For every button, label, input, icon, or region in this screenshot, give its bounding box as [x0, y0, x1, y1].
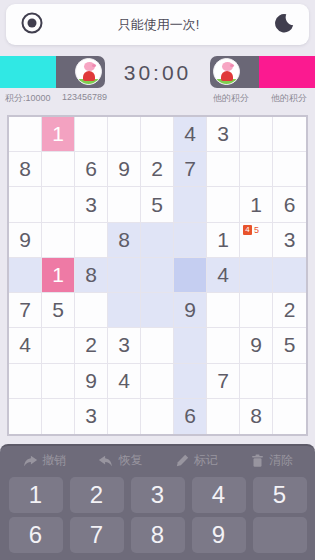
- cell-r8c2[interactable]: [42, 364, 75, 399]
- cell-r7c2[interactable]: [42, 328, 75, 363]
- cell-r8c7[interactable]: 7: [207, 364, 240, 399]
- cell-r9c7[interactable]: [207, 399, 240, 434]
- cell-r9c9[interactable]: [273, 399, 306, 434]
- cell-r6c4[interactable]: [108, 293, 141, 328]
- moon-icon[interactable]: [273, 12, 295, 38]
- cell-r2c8[interactable]: [240, 152, 273, 187]
- cell-r5c3[interactable]: 8: [75, 258, 108, 293]
- numpad-key-5[interactable]: 5: [253, 477, 307, 513]
- cell-r8c6[interactable]: [174, 364, 207, 399]
- cell-r4c4[interactable]: 8: [108, 223, 141, 258]
- cell-r3c5[interactable]: 5: [141, 187, 174, 222]
- right-player-bar: [210, 56, 259, 88]
- cell-r4c9[interactable]: 3: [273, 223, 306, 258]
- cell-r4c2[interactable]: [42, 223, 75, 258]
- pencil-icon: [175, 453, 190, 468]
- left-player-score: 积分:10000: [5, 92, 51, 105]
- cell-r8c3[interactable]: 9: [75, 364, 108, 399]
- right-player-name-label: 他的积分: [271, 92, 307, 105]
- cell-r6c2[interactable]: 5: [42, 293, 75, 328]
- trash-icon: [250, 453, 265, 469]
- cell-r2c2[interactable]: [42, 152, 75, 187]
- pencil-marks: 45: [243, 225, 259, 235]
- clear-button[interactable]: 清除: [250, 452, 293, 469]
- cell-r9c5[interactable]: [141, 399, 174, 434]
- cell-r1c6[interactable]: 4: [174, 117, 207, 152]
- cell-r1c3[interactable]: [75, 117, 108, 152]
- cell-r3c2[interactable]: [42, 187, 75, 222]
- cell-r7c5[interactable]: [141, 328, 174, 363]
- redo-arrow-icon: [98, 453, 114, 469]
- bottom-panel: 撤销 恢复 标记: [0, 444, 315, 560]
- cell-r6c8[interactable]: [240, 293, 273, 328]
- sudoku-board: 143869273516981453184759242395947368: [7, 115, 308, 436]
- cell-r9c2[interactable]: [42, 399, 75, 434]
- cell-r1c5[interactable]: [141, 117, 174, 152]
- numpad-key-4[interactable]: 4: [192, 477, 246, 513]
- cell-r8c9[interactable]: [273, 364, 306, 399]
- cell-r3c1[interactable]: [9, 187, 42, 222]
- cell-r6c5[interactable]: [141, 293, 174, 328]
- cell-r9c6[interactable]: 6: [174, 399, 207, 434]
- cell-r3c7[interactable]: [207, 187, 240, 222]
- mark-label: 标记: [194, 452, 218, 469]
- cell-r2c6[interactable]: 7: [174, 152, 207, 187]
- cell-r2c3[interactable]: 6: [75, 152, 108, 187]
- cell-r4c7[interactable]: 1: [207, 223, 240, 258]
- cell-r5c6[interactable]: [174, 258, 207, 293]
- cell-r4c8[interactable]: 45: [240, 223, 273, 258]
- cell-r5c8[interactable]: [240, 258, 273, 293]
- cell-r5c9[interactable]: [273, 258, 306, 293]
- cell-r5c5[interactable]: [141, 258, 174, 293]
- numpad-key-2[interactable]: 2: [70, 477, 124, 513]
- numpad-row-1: 12345: [0, 477, 315, 513]
- cell-r1c9[interactable]: [273, 117, 306, 152]
- cell-r1c7[interactable]: 3: [207, 117, 240, 152]
- cell-r9c8[interactable]: 8: [240, 399, 273, 434]
- cell-r8c4[interactable]: 4: [108, 364, 141, 399]
- undo-label: 撤销: [42, 452, 66, 469]
- cell-r8c5[interactable]: [141, 364, 174, 399]
- clear-label: 清除: [269, 452, 293, 469]
- cell-r9c4[interactable]: [108, 399, 141, 434]
- cell-r7c9[interactable]: 5: [273, 328, 306, 363]
- cell-r9c1[interactable]: [9, 399, 42, 434]
- cell-r8c8[interactable]: [240, 364, 273, 399]
- hint-banner-text: 只能使用一次!: [44, 16, 273, 34]
- cell-r2c9[interactable]: [273, 152, 306, 187]
- cell-r2c4[interactable]: 9: [108, 152, 141, 187]
- cell-r7c3[interactable]: 2: [75, 328, 108, 363]
- undo-button[interactable]: 撤销: [22, 452, 66, 469]
- cell-r7c7[interactable]: [207, 328, 240, 363]
- right-player-score-label: 他的积分: [213, 92, 249, 105]
- numpad-key-6[interactable]: 6: [9, 517, 63, 553]
- undo-arrow-icon: [22, 453, 38, 469]
- mark-button[interactable]: 标记: [175, 452, 218, 469]
- cell-r3c9[interactable]: 6: [273, 187, 306, 222]
- player-labels: 积分:10000 123456789 他的积分 他的积分: [0, 92, 315, 106]
- right-player-avatar: [213, 58, 240, 85]
- cell-r5c1[interactable]: [9, 258, 42, 293]
- cell-r6c9[interactable]: 2: [273, 293, 306, 328]
- cell-r4c1[interactable]: 9: [9, 223, 42, 258]
- cell-r4c6[interactable]: [174, 223, 207, 258]
- cell-r4c3[interactable]: [75, 223, 108, 258]
- numpad-key-9[interactable]: 9: [192, 517, 246, 553]
- numpad-row-2: 6789: [0, 517, 315, 553]
- tool-row: 撤销 恢复 标记: [0, 448, 315, 473]
- cell-r4c5[interactable]: [141, 223, 174, 258]
- top-bar: 只能使用一次!: [6, 4, 309, 45]
- cell-r6c6[interactable]: 9: [174, 293, 207, 328]
- cell-r5c4[interactable]: [108, 258, 141, 293]
- cell-r1c4[interactable]: [108, 117, 141, 152]
- cell-r9c3[interactable]: 3: [75, 399, 108, 434]
- cell-r3c8[interactable]: 1: [240, 187, 273, 222]
- redo-label: 恢复: [118, 452, 142, 469]
- cell-r3c6[interactable]: [174, 187, 207, 222]
- right-player-color-tag: [259, 56, 315, 88]
- redo-button[interactable]: 恢复: [98, 452, 142, 469]
- cell-r8c1[interactable]: [9, 364, 42, 399]
- cell-r2c1[interactable]: 8: [9, 152, 42, 187]
- cell-r1c1[interactable]: [9, 117, 42, 152]
- numpad-key-1[interactable]: 1: [9, 477, 63, 513]
- cell-r6c7[interactable]: [207, 293, 240, 328]
- cell-r2c5[interactable]: 2: [141, 152, 174, 187]
- cell-r1c8[interactable]: [240, 117, 273, 152]
- numpad-key-7[interactable]: 7: [70, 517, 124, 553]
- cell-r7c1[interactable]: 4: [9, 328, 42, 363]
- numpad-key-3[interactable]: 3: [131, 477, 185, 513]
- cell-r1c2[interactable]: 1: [42, 117, 75, 152]
- cell-r6c1[interactable]: 7: [9, 293, 42, 328]
- cell-r5c7[interactable]: 4: [207, 258, 240, 293]
- numpad-key-8[interactable]: 8: [131, 517, 185, 553]
- left-player-name: 123456789: [62, 92, 107, 102]
- record-icon[interactable]: [20, 11, 44, 39]
- sudoku-app: 只能使用一次! 30:00 积分:10000 123456789 他的积分 他的…: [0, 0, 315, 560]
- cell-r7c4[interactable]: 3: [108, 328, 141, 363]
- cell-r3c4[interactable]: [108, 187, 141, 222]
- cell-r2c7[interactable]: [207, 152, 240, 187]
- numpad-key-blank[interactable]: [253, 517, 307, 553]
- cell-r7c8[interactable]: 9: [240, 328, 273, 363]
- cell-r5c2[interactable]: 1: [42, 258, 75, 293]
- cell-r3c3[interactable]: 3: [75, 187, 108, 222]
- cell-r7c6[interactable]: [174, 328, 207, 363]
- cell-r6c3[interactable]: [75, 293, 108, 328]
